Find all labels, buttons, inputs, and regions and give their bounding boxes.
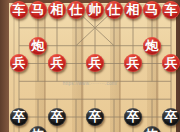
piece-black-cannon[interactable]: 炮: [29, 126, 47, 132]
piece-black-pawn[interactable]: 卒: [162, 108, 180, 126]
piece-black-pawn[interactable]: 卒: [48, 108, 66, 126]
piece-red-chariot[interactable]: 车: [162, 1, 180, 19]
piece-red-pawn[interactable]: 兵: [86, 54, 104, 72]
piece-red-advisor[interactable]: 仕: [67, 1, 85, 19]
xiangqi-board: https://www.········.com/ 车马相仕帅仕相马车炮炮兵兵兵…: [0, 0, 180, 132]
piece-red-horse[interactable]: 马: [29, 1, 47, 19]
piece-red-elephant[interactable]: 相: [48, 1, 66, 19]
piece-red-horse[interactable]: 马: [143, 1, 161, 19]
piece-black-cannon[interactable]: 炮: [143, 126, 161, 132]
piece-red-pawn[interactable]: 兵: [124, 54, 142, 72]
piece-red-advisor[interactable]: 仕: [105, 1, 123, 19]
piece-red-elephant[interactable]: 相: [124, 1, 142, 19]
piece-red-pawn[interactable]: 兵: [48, 54, 66, 72]
piece-red-general[interactable]: 帅: [86, 1, 104, 19]
piece-red-pawn[interactable]: 兵: [10, 54, 28, 72]
piece-red-cannon[interactable]: 炮: [29, 37, 47, 55]
piece-red-cannon[interactable]: 炮: [143, 37, 161, 55]
piece-black-pawn[interactable]: 卒: [86, 108, 104, 126]
piece-red-pawn[interactable]: 兵: [162, 54, 180, 72]
piece-black-pawn[interactable]: 卒: [10, 108, 28, 126]
piece-black-pawn[interactable]: 卒: [124, 108, 142, 126]
piece-red-chariot[interactable]: 车: [10, 1, 28, 19]
